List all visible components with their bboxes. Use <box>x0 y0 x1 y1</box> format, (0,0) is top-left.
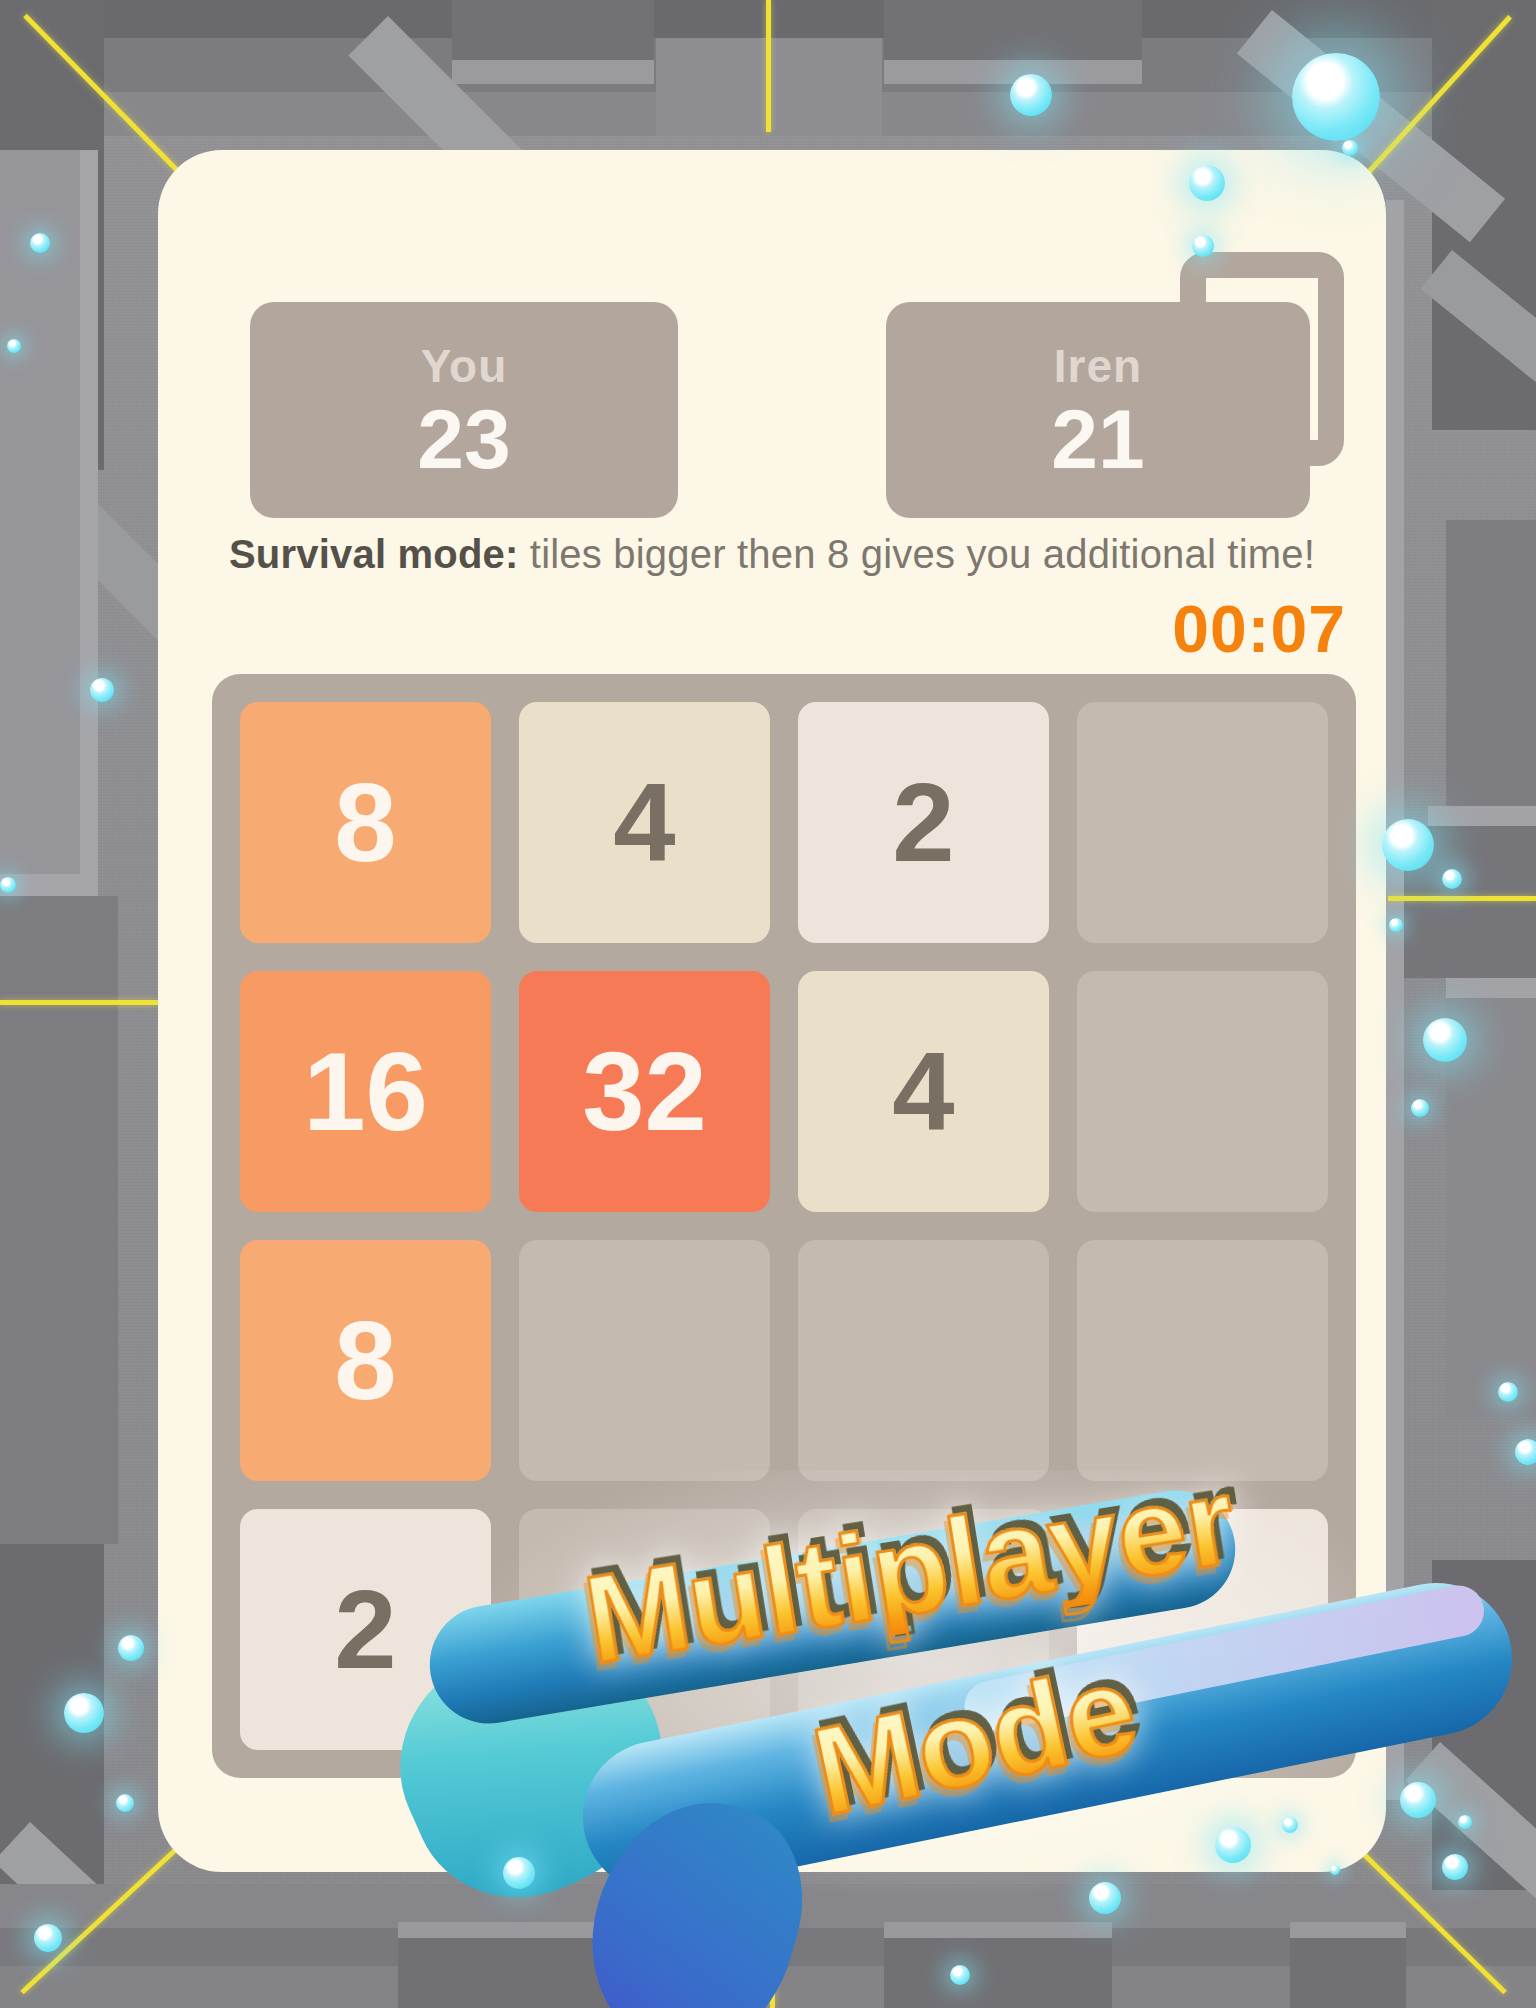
frame-shape <box>80 150 98 896</box>
bubble-decoration <box>90 678 114 702</box>
bubble-decoration <box>1189 165 1225 201</box>
bubble-decoration <box>503 1857 535 1889</box>
bubble-decoration <box>1423 1018 1467 1062</box>
frame-shape <box>1446 998 1536 1418</box>
bubble-decoration <box>1400 1782 1436 1818</box>
score-box-opponent: Iren 21 <box>886 302 1310 518</box>
mode-description: Survival mode: tiles bigger then 8 gives… <box>158 532 1386 577</box>
bubble-decoration <box>950 1965 970 1985</box>
player-score: 23 <box>417 397 510 481</box>
frame-shape <box>884 1922 1112 2008</box>
frame-shape <box>452 0 654 60</box>
bubble-decoration <box>0 877 16 893</box>
bubble-decoration <box>1089 1882 1121 1914</box>
cell-r1c3: 2 <box>798 702 1049 943</box>
bubble-decoration <box>118 1635 144 1661</box>
bubble-decoration <box>1442 869 1462 889</box>
frame-shape <box>1290 1922 1406 2008</box>
laser-line-left-horizontal <box>0 1000 158 1005</box>
frame-shape <box>0 150 80 874</box>
frame-shape <box>1446 520 1536 806</box>
frame-shape <box>1446 978 1536 998</box>
bubble-decoration <box>34 1924 62 1952</box>
frame-shape <box>398 1922 620 2008</box>
cell-r3c4 <box>1077 1240 1328 1481</box>
cell-r1c4 <box>1077 702 1328 943</box>
player-name: You <box>421 339 507 393</box>
frame-shape <box>884 60 1142 84</box>
player-name: Iren <box>1054 339 1142 393</box>
cell-r3c3 <box>798 1240 1049 1481</box>
mode-description-bold: Survival mode: <box>229 532 519 576</box>
bubble-decoration <box>64 1693 104 1733</box>
cell-r3c2 <box>519 1240 770 1481</box>
bubble-decoration <box>1458 1815 1472 1829</box>
cell-r2c3: 4 <box>798 971 1049 1212</box>
frame-shape <box>452 60 654 84</box>
bubble-decoration <box>1515 1439 1536 1465</box>
cell-r1c2: 4 <box>519 702 770 943</box>
bubble-decoration <box>1382 819 1434 871</box>
bubble-decoration <box>1010 74 1052 116</box>
frame-shape <box>1428 806 1536 826</box>
bubble-decoration <box>1342 140 1358 156</box>
mode-description-text: tiles bigger then 8 gives you additional… <box>519 532 1316 576</box>
bubble-decoration <box>1330 1865 1340 1875</box>
cell-r2c1: 16 <box>240 971 491 1212</box>
bubble-decoration <box>1292 53 1380 141</box>
bubble-decoration <box>116 1794 134 1812</box>
frame-shape <box>0 896 118 1544</box>
laser-line-right-horizontal <box>1388 896 1536 901</box>
score-box-you: You 23 <box>250 302 678 518</box>
player-score: 21 <box>1051 397 1144 481</box>
bubble-decoration <box>7 339 21 353</box>
bubble-decoration <box>30 233 50 253</box>
laser-line-top-vertical <box>766 0 771 132</box>
bubble-decoration <box>1282 1817 1298 1833</box>
bubble-decoration <box>1411 1099 1429 1117</box>
bubble-decoration <box>1442 1854 1468 1880</box>
bubble-decoration <box>1389 918 1403 932</box>
bubble-decoration <box>1498 1382 1518 1402</box>
game-screen: You 23 Iren 21 Survival mode: tiles bigg… <box>0 0 1536 2008</box>
cell-r2c4 <box>1077 971 1328 1212</box>
cell-r2c2: 32 <box>519 971 770 1212</box>
bubble-decoration <box>1192 235 1214 257</box>
cell-r3c1: 8 <box>240 1240 491 1481</box>
frame-shape <box>884 0 1142 60</box>
countdown-timer: 00:07 <box>1172 596 1346 662</box>
bubble-decoration <box>1215 1827 1251 1863</box>
cell-r1c1: 8 <box>240 702 491 943</box>
